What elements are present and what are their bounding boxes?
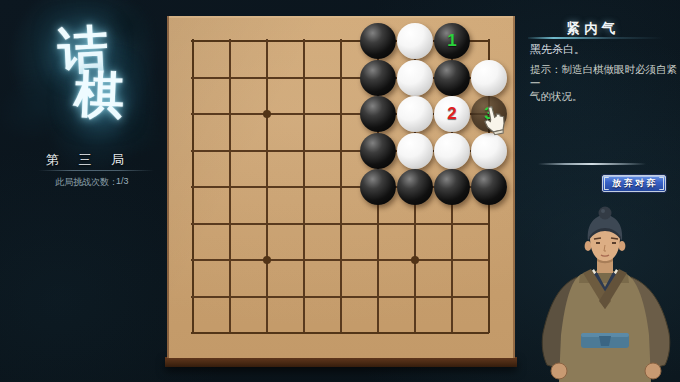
white-stone — [434, 133, 470, 169]
hint-line1: 提示：制造白棋做眼时必须自紧一 — [530, 63, 680, 90]
puzzle-objective: 黑先杀白。 — [530, 42, 585, 57]
white-stone — [397, 96, 433, 132]
black-stone — [360, 169, 396, 205]
white-stone — [397, 133, 433, 169]
hint-line2: 气的状况。 — [530, 90, 680, 104]
left-divider — [38, 170, 154, 171]
attempts-counter: 此局挑战次数： 1/3 — [55, 176, 165, 189]
move-number-label: 2 — [447, 104, 456, 124]
move-number-label: 1 — [447, 31, 456, 51]
grid-line — [191, 296, 489, 298]
board-side-edge — [165, 357, 517, 367]
attempts-value: 1/3 — [116, 176, 129, 186]
black-stone — [397, 169, 433, 205]
black-stone — [360, 133, 396, 169]
title-divider — [528, 37, 670, 39]
attempts-label: 此局挑战次数： — [55, 177, 118, 187]
star-point — [263, 110, 271, 118]
puzzle-title: 紧内气 — [518, 20, 668, 38]
go-board[interactable]: 123 — [167, 16, 515, 358]
board-grid: 123 — [192, 40, 488, 332]
black-stone — [434, 169, 470, 205]
puzzle-hint: 提示：制造白棋做眼时必须自紧一 气的状况。 — [530, 63, 680, 104]
star-point — [411, 256, 419, 264]
white-stone — [471, 60, 507, 96]
round-label: 第 三 局 — [0, 151, 170, 169]
black-stone — [360, 23, 396, 59]
separator-line — [538, 163, 646, 165]
star-point — [263, 256, 271, 264]
black-stone — [360, 60, 396, 96]
calligraphy-title-char2: 棋 — [73, 69, 125, 121]
white-stone — [397, 60, 433, 96]
black-stone — [471, 169, 507, 205]
grid-line — [191, 332, 489, 334]
give-up-button[interactable]: 放弃对弈 — [602, 175, 666, 192]
grid-line — [191, 223, 489, 225]
white-stone — [397, 23, 433, 59]
black-stone — [360, 96, 396, 132]
scholar-character — [533, 205, 679, 382]
black-stone — [434, 60, 470, 96]
grid-line — [191, 259, 489, 261]
white-stone — [471, 133, 507, 169]
left-panel: 诘 棋 第 三 局 此局挑战次数： 1/3 — [0, 0, 170, 382]
